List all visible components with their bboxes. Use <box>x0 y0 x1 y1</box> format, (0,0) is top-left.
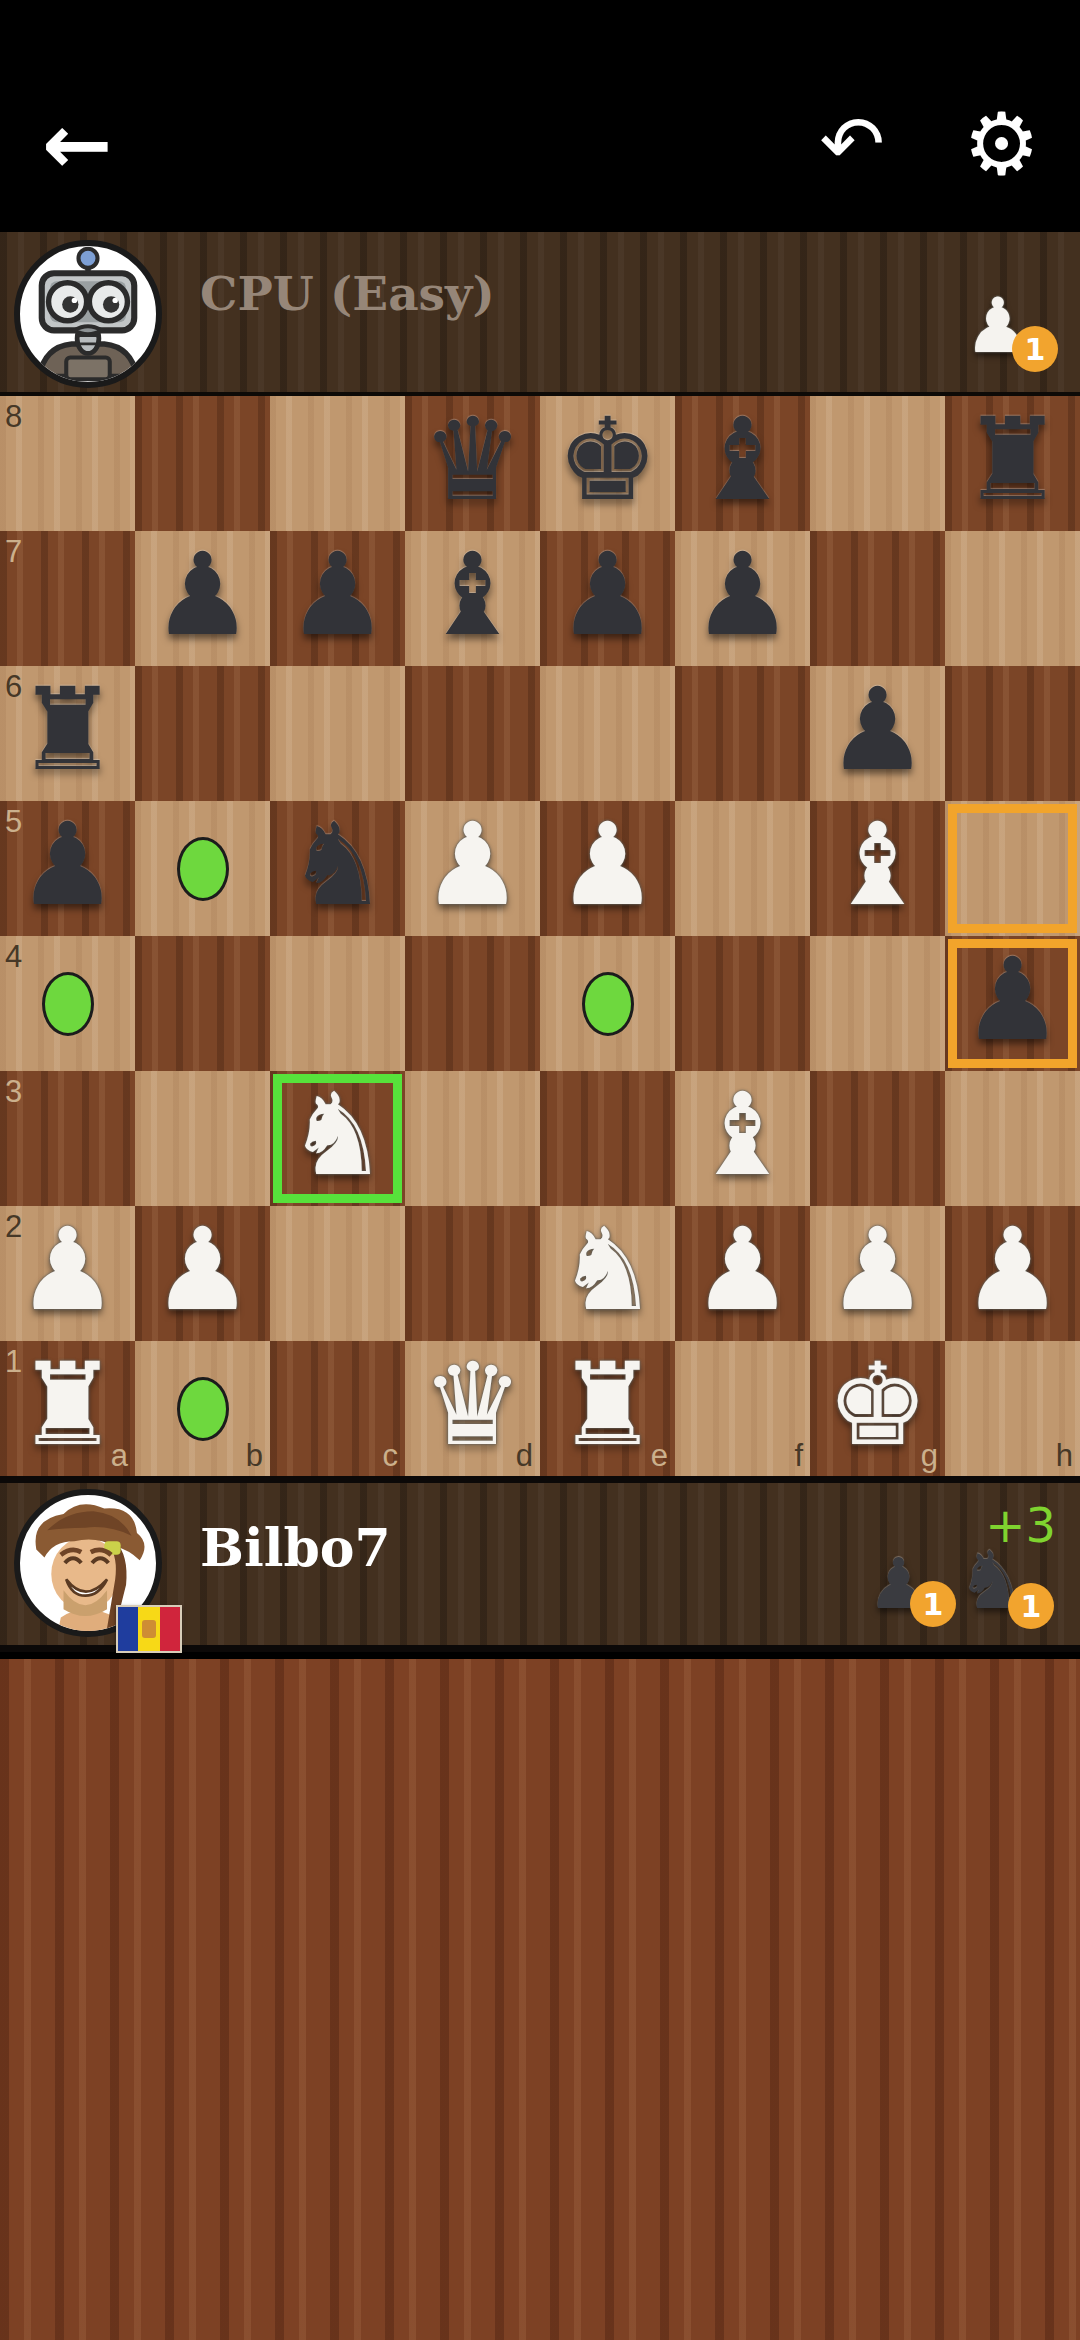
square-f1[interactable]: f <box>675 1341 810 1476</box>
square-f2[interactable]: ♟ <box>675 1206 810 1341</box>
square-a5[interactable]: 5♟ <box>0 801 135 936</box>
legal-move-dot[interactable] <box>177 837 229 901</box>
square-f8[interactable]: ♝ <box>675 396 810 531</box>
white-pawn[interactable]: ♟ <box>961 1213 1063 1327</box>
square-e8[interactable]: ♚ <box>540 396 675 531</box>
square-d1[interactable]: d♛ <box>405 1341 540 1476</box>
square-c6[interactable] <box>270 666 405 801</box>
white-pawn[interactable]: ♟ <box>556 808 658 922</box>
top-app-bar: ← ↶ ⚙ <box>0 0 1080 232</box>
square-d6[interactable] <box>405 666 540 801</box>
square-h8[interactable]: ♜ <box>945 396 1080 531</box>
square-e3[interactable] <box>540 1071 675 1206</box>
wood-table-background <box>0 1659 1080 2340</box>
white-pawn[interactable]: ♟ <box>151 1213 253 1327</box>
square-c1[interactable]: c <box>270 1341 405 1476</box>
white-pawn[interactable]: ♟ <box>421 808 523 922</box>
square-d8[interactable]: ♛ <box>405 396 540 531</box>
file-label-f: f <box>794 1440 803 1471</box>
white-queen[interactable]: ♛ <box>421 1348 523 1462</box>
square-g7[interactable] <box>810 531 945 666</box>
file-label-c: c <box>383 1440 399 1471</box>
square-c7[interactable]: ♟ <box>270 531 405 666</box>
user-name: Bilbo7 <box>200 1517 391 1578</box>
legal-move-dot[interactable] <box>177 1377 229 1441</box>
square-b7[interactable]: ♟ <box>135 531 270 666</box>
square-b8[interactable] <box>135 396 270 531</box>
square-g4[interactable] <box>810 936 945 1071</box>
rank-label-4: 4 <box>5 941 22 972</box>
black-bishop[interactable]: ♝ <box>691 403 793 517</box>
square-h3[interactable] <box>945 1071 1080 1206</box>
black-rook[interactable]: ♜ <box>961 403 1063 517</box>
square-g8[interactable] <box>810 396 945 531</box>
black-pawn[interactable]: ♟ <box>16 808 118 922</box>
white-knight[interactable]: ♞ <box>556 1213 658 1327</box>
square-g5[interactable]: ♝ <box>810 801 945 936</box>
square-h5[interactable] <box>945 801 1080 936</box>
andorra-flag <box>116 1605 182 1653</box>
square-g1[interactable]: g♚ <box>810 1341 945 1476</box>
black-pawn[interactable]: ♟ <box>826 673 928 787</box>
back-icon[interactable]: ← <box>42 102 112 186</box>
white-pawn[interactable]: ♟ <box>826 1213 928 1327</box>
square-f4[interactable] <box>675 936 810 1071</box>
square-h6[interactable] <box>945 666 1080 801</box>
square-a1[interactable]: 1a♜ <box>0 1341 135 1476</box>
white-rook[interactable]: ♜ <box>556 1348 658 1462</box>
square-h1[interactable]: h <box>945 1341 1080 1476</box>
white-pawn[interactable]: ♟ <box>16 1213 118 1327</box>
square-h2[interactable]: ♟ <box>945 1206 1080 1341</box>
square-e1[interactable]: e♜ <box>540 1341 675 1476</box>
file-label-b: b <box>246 1440 263 1471</box>
square-a3[interactable]: 3 <box>0 1071 135 1206</box>
square-g3[interactable] <box>810 1071 945 1206</box>
white-bishop[interactable]: ♝ <box>691 1078 793 1192</box>
square-e4[interactable] <box>540 936 675 1071</box>
square-d2[interactable] <box>405 1206 540 1341</box>
square-c5[interactable]: ♞ <box>270 801 405 936</box>
black-knight[interactable]: ♞ <box>286 808 388 922</box>
square-a6[interactable]: 6♜ <box>0 666 135 801</box>
square-c8[interactable] <box>270 396 405 531</box>
square-g2[interactable]: ♟ <box>810 1206 945 1341</box>
legal-move-dot[interactable] <box>42 972 94 1036</box>
captured-count-badge: 1 <box>910 1581 956 1627</box>
square-g6[interactable]: ♟ <box>810 666 945 801</box>
rank-label-7: 7 <box>5 536 22 567</box>
square-d7[interactable]: ♝ <box>405 531 540 666</box>
square-b1[interactable]: b <box>135 1341 270 1476</box>
black-bishop[interactable]: ♝ <box>421 538 523 652</box>
rank-label-3: 3 <box>5 1076 22 1107</box>
black-king[interactable]: ♚ <box>556 403 658 517</box>
black-pawn[interactable]: ♟ <box>151 538 253 652</box>
square-a4[interactable]: 4 <box>0 936 135 1071</box>
square-e5[interactable]: ♟ <box>540 801 675 936</box>
captured-count-badge: 1 <box>1012 326 1058 372</box>
settings-gear-icon[interactable]: ⚙ <box>963 101 1040 187</box>
square-f6[interactable] <box>675 666 810 801</box>
square-b3[interactable] <box>135 1071 270 1206</box>
black-rook[interactable]: ♜ <box>16 673 118 787</box>
square-f5[interactable] <box>675 801 810 936</box>
square-h7[interactable] <box>945 531 1080 666</box>
rank-label-8: 8 <box>5 401 22 432</box>
black-pawn[interactable]: ♟ <box>961 943 1063 1057</box>
square-c2[interactable] <box>270 1206 405 1341</box>
user-player-bar: Bilbo7 +3 ♟ 1 ♞ 1 <box>0 1476 1080 1652</box>
square-b2[interactable]: ♟ <box>135 1206 270 1341</box>
square-d3[interactable] <box>405 1071 540 1206</box>
opponent-name: CPU (Easy) <box>200 266 495 321</box>
square-d4[interactable] <box>405 936 540 1071</box>
black-pawn[interactable]: ♟ <box>691 538 793 652</box>
opponent-captured-pieces: ♟ 1 <box>964 288 1032 364</box>
square-e2[interactable]: ♞ <box>540 1206 675 1341</box>
square-e6[interactable] <box>540 666 675 801</box>
opponent-player-bar: CPU (Easy) ♟ 1 <box>0 232 1080 396</box>
user-avatar[interactable] <box>14 1489 162 1637</box>
user-captured-pawn: ♟ 1 <box>867 1549 930 1619</box>
square-b4[interactable] <box>135 936 270 1071</box>
square-a2[interactable]: 2♟ <box>0 1206 135 1341</box>
white-rook[interactable]: ♜ <box>16 1348 118 1462</box>
user-captured-knight: ♞ 1 <box>956 1541 1028 1621</box>
undo-icon[interactable]: ↶ <box>820 105 885 183</box>
opponent-avatar[interactable] <box>14 240 162 388</box>
square-c4[interactable] <box>270 936 405 1071</box>
chess-board: 8♛♚♝♜7♟♟♝♟♟6♜♟5♟♞♟♟♝4♟3♞♝2♟♟♞♟♟♟1a♜bcd♛e… <box>0 396 1080 1476</box>
square-d5[interactable]: ♟ <box>405 801 540 936</box>
white-knight[interactable]: ♞ <box>286 1078 388 1192</box>
square-f7[interactable]: ♟ <box>675 531 810 666</box>
white-pawn[interactable]: ♟ <box>691 1213 793 1327</box>
legal-move-dot[interactable] <box>582 972 634 1036</box>
square-f3[interactable]: ♝ <box>675 1071 810 1206</box>
black-pawn[interactable]: ♟ <box>286 538 388 652</box>
robot-avatar-icon <box>20 246 156 382</box>
file-label-h: h <box>1056 1440 1073 1471</box>
square-h4[interactable]: ♟ <box>945 936 1080 1071</box>
black-queen[interactable]: ♛ <box>421 403 523 517</box>
square-b6[interactable] <box>135 666 270 801</box>
white-king[interactable]: ♚ <box>826 1348 928 1462</box>
black-pawn[interactable]: ♟ <box>556 538 658 652</box>
captured-count-badge: 1 <box>1008 1583 1054 1629</box>
white-bishop[interactable]: ♝ <box>826 808 928 922</box>
square-c3[interactable]: ♞ <box>270 1071 405 1206</box>
square-b5[interactable] <box>135 801 270 936</box>
square-a8[interactable]: 8 <box>0 396 135 531</box>
square-e7[interactable]: ♟ <box>540 531 675 666</box>
square-a7[interactable]: 7 <box>0 531 135 666</box>
